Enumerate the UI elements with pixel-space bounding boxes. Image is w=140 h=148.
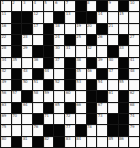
grid-cell[interactable] <box>54 69 64 79</box>
grid-cell[interactable] <box>76 91 86 101</box>
grid-cell[interactable]: 16 <box>1 24 11 34</box>
grid-cell[interactable] <box>76 114 86 124</box>
clue-number: 24 <box>55 35 60 39</box>
clue-number: 5 <box>44 1 46 5</box>
black-cell <box>33 114 43 124</box>
grid-cell[interactable] <box>22 58 32 68</box>
black-cell <box>33 69 43 79</box>
black-cell <box>87 12 97 22</box>
clue-number: 80 <box>2 137 7 141</box>
grid-cell[interactable]: 51 <box>33 80 43 90</box>
grid-cell[interactable]: 86 <box>119 137 129 147</box>
black-cell <box>97 24 107 34</box>
grid-cell[interactable]: 52 <box>54 80 64 90</box>
black-cell <box>76 125 86 135</box>
grid-cell[interactable]: 54 <box>97 80 107 90</box>
clue-number: 29 <box>23 46 28 50</box>
grid-cell[interactable]: 40 <box>108 58 118 68</box>
black-cell <box>33 46 43 56</box>
grid-cell[interactable] <box>44 12 54 22</box>
grid-cell[interactable]: 83 <box>65 137 75 147</box>
clue-number: 68 <box>130 103 135 107</box>
black-cell <box>22 24 32 34</box>
black-cell <box>44 46 54 56</box>
clue-number: 58 <box>34 91 39 95</box>
grid-cell[interactable]: 85 <box>108 137 118 147</box>
grid-cell[interactable]: 35 <box>12 58 22 68</box>
grid-cell[interactable]: 15 <box>119 12 129 22</box>
grid-cell[interactable] <box>129 137 139 147</box>
clue-number: 53 <box>76 80 81 84</box>
grid-cell[interactable]: 19 <box>76 24 86 34</box>
grid-cell[interactable] <box>65 24 75 34</box>
clue-number: 86 <box>119 137 124 141</box>
clue-number: 45 <box>76 69 81 73</box>
grid-cell[interactable]: 25 <box>76 35 86 45</box>
black-cell <box>97 91 107 101</box>
clue-number: 8 <box>87 1 89 5</box>
grid-cell[interactable]: 49 <box>1 80 11 90</box>
black-cell <box>119 91 129 101</box>
grid-cell[interactable]: 48 <box>129 69 139 79</box>
black-cell <box>76 12 86 22</box>
clue-number: 42 <box>2 69 7 73</box>
clue-number: 67 <box>98 103 103 107</box>
grid-cell[interactable]: 71 <box>44 114 54 124</box>
grid-cell[interactable]: 30 <box>54 46 64 56</box>
black-cell <box>65 80 75 90</box>
grid-cell[interactable]: 58 <box>33 91 43 101</box>
grid-cell[interactable]: 34 <box>1 58 11 68</box>
clue-number: 7 <box>66 1 68 5</box>
clue-number: 63 <box>2 103 7 107</box>
grid-cell[interactable]: 26 <box>97 35 107 45</box>
black-cell <box>12 12 22 22</box>
black-cell <box>44 80 54 90</box>
grid-cell[interactable]: 60 <box>65 91 75 101</box>
clue-number: 73 <box>98 114 103 118</box>
black-cell <box>22 12 32 22</box>
black-cell <box>119 103 129 113</box>
grid-cell[interactable]: 7 <box>65 1 75 11</box>
black-cell <box>119 1 129 11</box>
clue-number: 16 <box>2 24 7 28</box>
black-cell <box>87 58 97 68</box>
clue-number: 85 <box>108 137 113 141</box>
black-cell <box>22 91 32 101</box>
black-cell <box>119 58 129 68</box>
grid-cell[interactable]: 29 <box>22 46 32 56</box>
grid-cell[interactable] <box>108 103 118 113</box>
grid-cell[interactable] <box>108 80 118 90</box>
grid-cell[interactable] <box>97 125 107 135</box>
clue-number: 49 <box>2 80 7 84</box>
grid-cell[interactable]: 41 <box>129 58 139 68</box>
clue-number: 72 <box>66 114 71 118</box>
grid-cell[interactable] <box>119 24 129 34</box>
grid-cell[interactable]: 65 <box>54 103 64 113</box>
clue-number: 38 <box>76 58 81 62</box>
clue-number: 46 <box>87 69 92 73</box>
grid-cell[interactable]: 2 <box>12 1 22 11</box>
grid-cell[interactable] <box>12 125 22 135</box>
black-cell <box>87 35 97 45</box>
grid-cell[interactable] <box>76 46 86 56</box>
clue-number: 83 <box>66 137 71 141</box>
clue-number: 76 <box>34 125 39 129</box>
black-cell <box>33 137 43 147</box>
grid-cell[interactable]: 23 <box>22 35 32 45</box>
black-cell <box>12 35 22 45</box>
black-cell <box>87 80 97 90</box>
clue-number: 81 <box>23 137 28 141</box>
clue-number: 66 <box>76 103 81 107</box>
black-cell <box>119 35 129 45</box>
black-cell <box>87 114 97 124</box>
clue-number: 54 <box>98 80 103 84</box>
grid-cell[interactable]: 74 <box>129 114 139 124</box>
grid-cell[interactable] <box>54 91 64 101</box>
black-cell <box>44 58 54 68</box>
clue-number: 20 <box>87 24 92 28</box>
clue-number: 27 <box>130 35 135 39</box>
clue-number: 82 <box>44 137 49 141</box>
grid-cell[interactable]: 1 <box>1 1 11 11</box>
clue-number: 9 <box>108 1 110 5</box>
grid-cell[interactable]: 10 <box>129 1 139 11</box>
grid-cell[interactable]: 77 <box>65 125 75 135</box>
black-cell <box>65 58 75 68</box>
grid-cell[interactable]: 17 <box>33 24 43 34</box>
grid-cell[interactable]: 33 <box>119 46 129 56</box>
grid-cell[interactable] <box>108 12 118 22</box>
crossword-grid: 1234567891011121314151617181920212223242… <box>0 0 140 148</box>
grid-cell[interactable]: 76 <box>33 125 43 135</box>
black-cell <box>44 125 54 135</box>
grid-cell[interactable]: 63 <box>1 103 11 113</box>
grid-cell[interactable]: 81 <box>22 137 32 147</box>
clue-number: 28 <box>2 46 7 50</box>
black-cell <box>65 103 75 113</box>
grid-cell[interactable]: 84 <box>76 137 86 147</box>
grid-cell[interactable]: 31 <box>65 46 75 56</box>
grid-cell[interactable]: 18 <box>54 24 64 34</box>
grid-cell[interactable]: 69 <box>1 114 11 124</box>
grid-cell[interactable]: 56 <box>1 91 11 101</box>
grid-cell[interactable] <box>129 24 139 34</box>
grid-cell[interactable]: 72 <box>65 114 75 124</box>
clue-number: 4 <box>34 1 36 5</box>
clue-number: 6 <box>55 1 57 5</box>
black-cell <box>108 114 118 124</box>
clue-number: 60 <box>66 91 71 95</box>
grid-cell[interactable]: 22 <box>1 35 11 45</box>
grid-cell[interactable]: 46 <box>87 69 97 79</box>
black-cell <box>12 137 22 147</box>
grid-cell[interactable]: 79 <box>129 125 139 135</box>
clue-number: 41 <box>130 58 135 62</box>
clue-number: 62 <box>130 91 135 95</box>
clue-number: 51 <box>34 80 39 84</box>
clue-number: 30 <box>55 46 60 50</box>
black-cell <box>97 1 107 11</box>
black-cell <box>119 125 129 135</box>
grid-cell[interactable]: 61 <box>108 91 118 101</box>
grid-cell[interactable] <box>97 46 107 56</box>
grid-cell[interactable]: 27 <box>129 35 139 45</box>
grid-cell[interactable]: 43 <box>22 69 32 79</box>
clue-number: 84 <box>76 137 81 141</box>
clue-number: 17 <box>34 24 39 28</box>
clue-number: 52 <box>55 80 60 84</box>
grid-cell[interactable] <box>87 137 97 147</box>
grid-cell[interactable]: 20 <box>87 24 97 34</box>
grid-cell[interactable]: 68 <box>129 103 139 113</box>
grid-cell[interactable]: 39 <box>97 58 107 68</box>
clue-number: 1 <box>2 1 4 5</box>
grid-cell[interactable]: 78 <box>87 125 97 135</box>
grid-cell[interactable]: 66 <box>76 103 86 113</box>
grid-cell[interactable] <box>108 35 118 45</box>
grid-cell[interactable]: 12 <box>33 12 43 22</box>
clue-number: 79 <box>130 125 135 129</box>
clue-number: 47 <box>108 69 113 73</box>
clue-number: 37 <box>55 58 60 62</box>
grid-cell[interactable]: 45 <box>76 69 86 79</box>
clue-number: 44 <box>44 69 49 73</box>
clue-number: 15 <box>119 12 124 16</box>
black-cell <box>44 35 54 45</box>
black-cell <box>44 103 54 113</box>
grid-cell[interactable]: 8 <box>87 1 97 11</box>
grid-cell[interactable]: 59 <box>44 91 54 101</box>
grid-cell[interactable]: 70 <box>12 114 22 124</box>
grid-cell[interactable]: 5 <box>44 1 54 11</box>
grid-cell[interactable]: 80 <box>1 137 11 147</box>
clue-number: 14 <box>98 12 103 16</box>
grid-cell[interactable]: 32 <box>87 46 97 56</box>
grid-cell[interactable]: 21 <box>108 24 118 34</box>
grid-cell[interactable]: 55 <box>119 80 129 90</box>
clue-number: 57 <box>12 91 17 95</box>
grid-cell[interactable]: 82 <box>44 137 54 147</box>
clue-number: 22 <box>2 35 7 39</box>
black-cell <box>12 80 22 90</box>
clue-number: 35 <box>12 58 17 62</box>
black-cell <box>119 69 129 79</box>
black-cell <box>12 24 22 34</box>
black-cell <box>108 125 118 135</box>
clue-number: 18 <box>55 24 60 28</box>
grid-cell[interactable]: 47 <box>108 69 118 79</box>
grid-cell[interactable]: 73 <box>97 114 107 124</box>
black-cell <box>65 35 75 45</box>
clue-number: 77 <box>66 125 71 129</box>
clue-number: 23 <box>23 35 28 39</box>
grid-cell[interactable]: 6 <box>54 1 64 11</box>
clue-number: 71 <box>44 114 49 118</box>
grid-cell[interactable] <box>129 46 139 56</box>
black-cell <box>87 91 97 101</box>
clue-number: 3 <box>23 1 25 5</box>
clue-number: 32 <box>87 46 92 50</box>
grid-cell[interactable]: 24 <box>54 35 64 45</box>
black-cell <box>54 12 64 22</box>
clue-number: 59 <box>44 91 49 95</box>
clue-number: 12 <box>34 12 39 16</box>
black-cell <box>97 69 107 79</box>
clue-number: 10 <box>130 1 135 5</box>
clue-number: 2 <box>12 1 14 5</box>
clue-number: 61 <box>108 91 113 95</box>
black-cell <box>76 1 86 11</box>
clue-number: 11 <box>2 12 7 16</box>
black-cell <box>44 24 54 34</box>
clue-number: 21 <box>108 24 113 28</box>
grid-cell[interactable]: 75 <box>1 125 11 135</box>
grid-cell[interactable] <box>22 125 32 135</box>
grid-cell[interactable] <box>54 114 64 124</box>
clue-number: 64 <box>23 103 28 107</box>
black-cell <box>87 103 97 113</box>
clue-number: 65 <box>55 103 60 107</box>
black-cell <box>119 114 129 124</box>
clue-number: 74 <box>130 114 135 118</box>
grid-cell[interactable]: 67 <box>97 103 107 113</box>
grid-cell[interactable]: 28 <box>1 46 11 56</box>
grid-cell[interactable]: 64 <box>22 103 32 113</box>
grid-cell[interactable] <box>129 12 139 22</box>
black-cell <box>54 125 64 135</box>
clue-number: 19 <box>76 24 81 28</box>
clue-number: 13 <box>66 12 71 16</box>
clue-number: 48 <box>130 69 135 73</box>
clue-number: 34 <box>2 58 7 62</box>
clue-number: 78 <box>87 125 92 129</box>
grid-cell[interactable]: 50 <box>22 80 32 90</box>
black-cell <box>54 137 64 147</box>
clue-number: 25 <box>76 35 81 39</box>
clue-number: 70 <box>12 114 17 118</box>
grid-cell[interactable] <box>129 80 139 90</box>
clue-number: 39 <box>98 58 103 62</box>
clue-number: 31 <box>66 46 71 50</box>
grid-cell[interactable] <box>97 137 107 147</box>
grid-cell[interactable] <box>33 35 43 45</box>
black-cell <box>12 69 22 79</box>
clue-number: 33 <box>119 46 124 50</box>
grid-cell[interactable] <box>22 114 32 124</box>
grid-cell[interactable]: 4 <box>33 1 43 11</box>
grid-cell[interactable]: 38 <box>76 58 86 68</box>
clue-number: 55 <box>119 80 124 84</box>
grid-cell[interactable]: 3 <box>22 1 32 11</box>
black-cell <box>12 46 22 56</box>
clue-number: 75 <box>2 125 7 129</box>
grid-cell[interactable]: 11 <box>1 12 11 22</box>
grid-cell[interactable]: 9 <box>108 1 118 11</box>
grid-cell[interactable]: 44 <box>44 69 54 79</box>
grid-cell[interactable]: 42 <box>1 69 11 79</box>
grid-cell[interactable]: 62 <box>129 91 139 101</box>
grid-cell[interactable]: 13 <box>65 12 75 22</box>
grid-cell[interactable] <box>33 103 43 113</box>
grid-cell[interactable]: 36 <box>33 58 43 68</box>
clue-number: 36 <box>34 58 39 62</box>
clue-number: 26 <box>98 35 103 39</box>
black-cell <box>65 69 75 79</box>
clue-number: 43 <box>23 69 28 73</box>
clue-number: 50 <box>23 80 28 84</box>
grid-cell[interactable]: 57 <box>12 91 22 101</box>
grid-cell[interactable]: 53 <box>76 80 86 90</box>
black-cell <box>108 46 118 56</box>
grid-cell[interactable]: 37 <box>54 58 64 68</box>
grid-cell[interactable]: 14 <box>97 12 107 22</box>
black-cell <box>12 103 22 113</box>
clue-number: 69 <box>2 114 7 118</box>
clue-number: 40 <box>108 58 113 62</box>
clue-number: 56 <box>2 91 7 95</box>
